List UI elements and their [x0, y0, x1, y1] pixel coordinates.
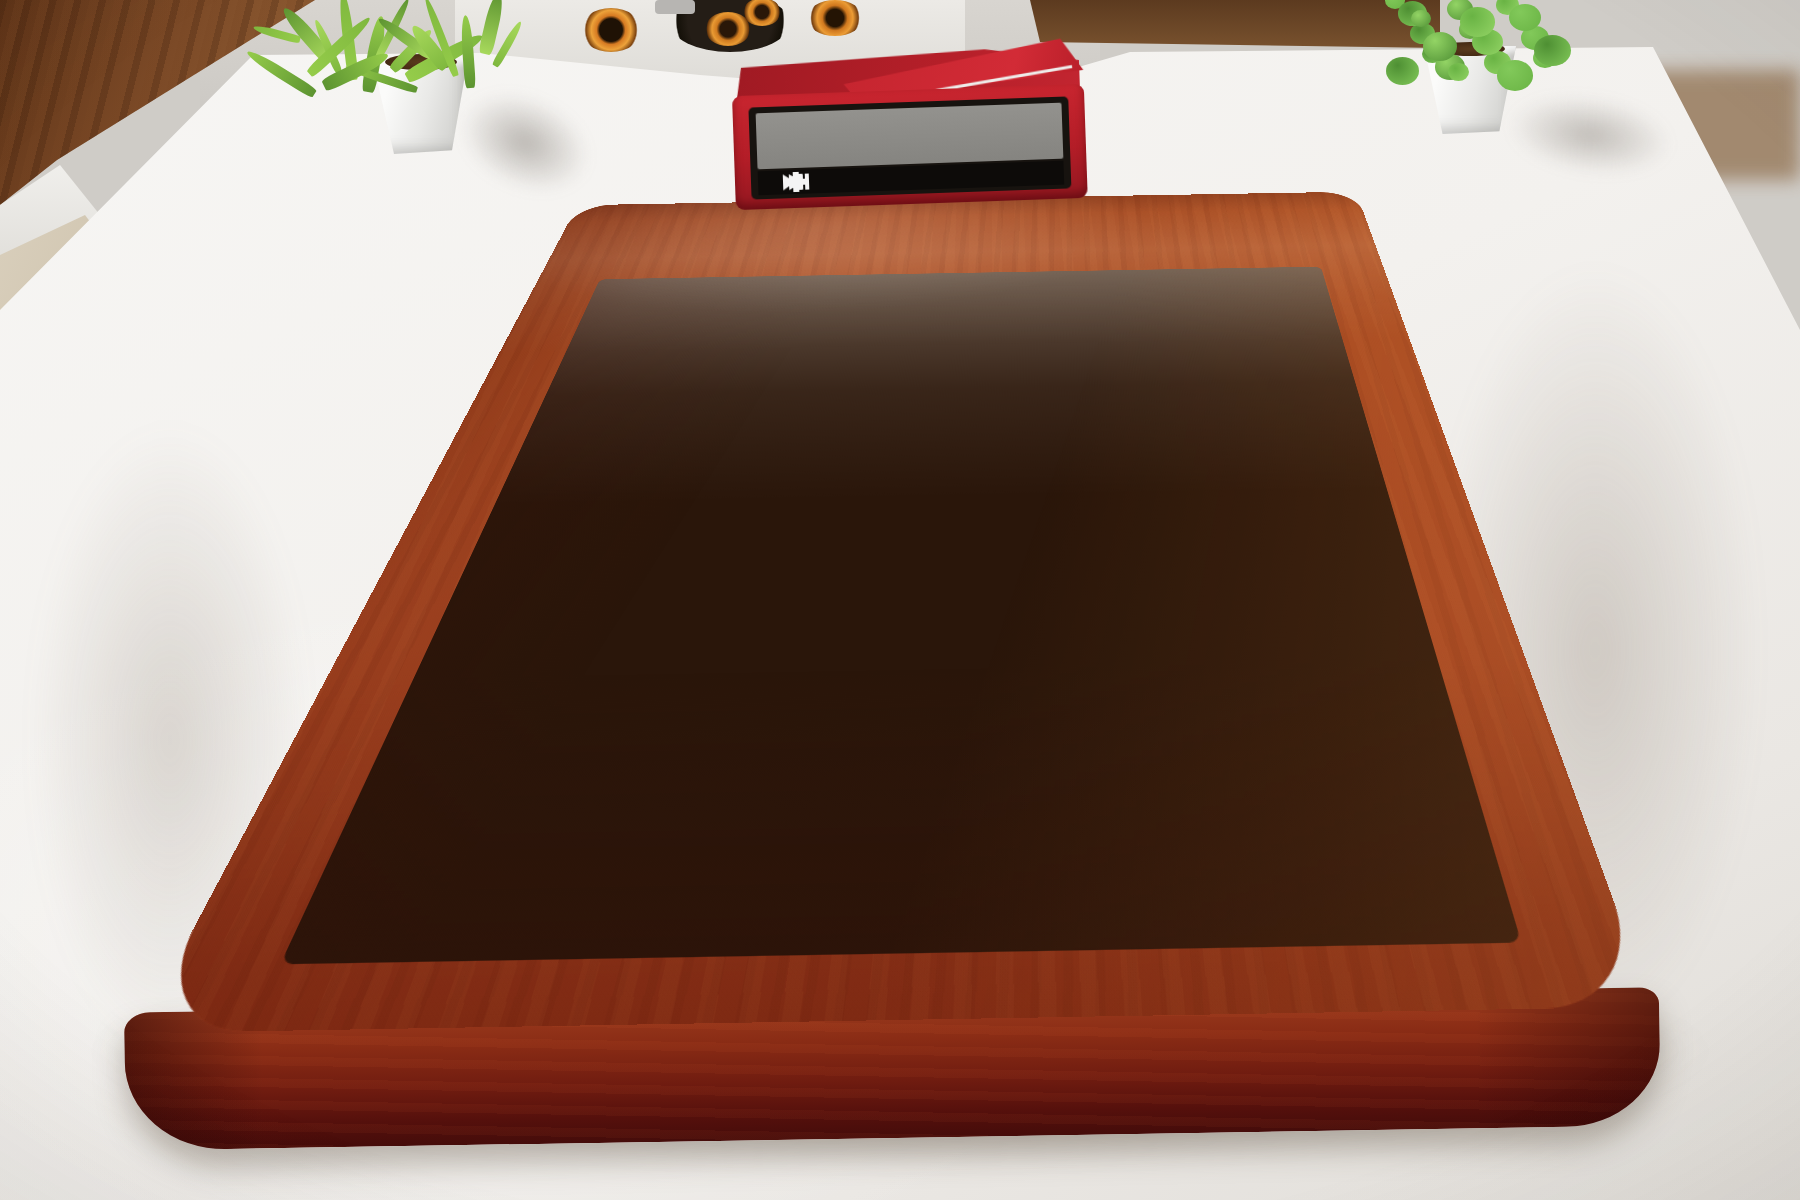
clock-body — [732, 84, 1088, 210]
leaf — [1534, 35, 1571, 66]
board-border-line — [280, 267, 1521, 965]
leaf — [1448, 63, 1469, 81]
clock-forward-button[interactable] — [782, 171, 811, 192]
clock-lcd-display — [756, 103, 1064, 170]
board-squares — [300, 271, 1505, 950]
board-frame — [138, 192, 1652, 1034]
leaf — [1386, 57, 1419, 85]
leaf — [1497, 60, 1533, 91]
leaf — [1460, 7, 1495, 37]
scene — [0, 0, 1800, 1200]
chess-clock — [730, 30, 1088, 214]
leaf — [1423, 32, 1457, 61]
leaf — [1509, 4, 1541, 31]
clock-display-bezel — [748, 96, 1071, 199]
plant-top-right — [1385, 0, 1585, 152]
right-triangle-icon — [789, 174, 804, 190]
leaf — [1411, 10, 1431, 27]
board-3d — [138, 192, 1652, 1034]
plant-top-left — [290, 0, 530, 202]
